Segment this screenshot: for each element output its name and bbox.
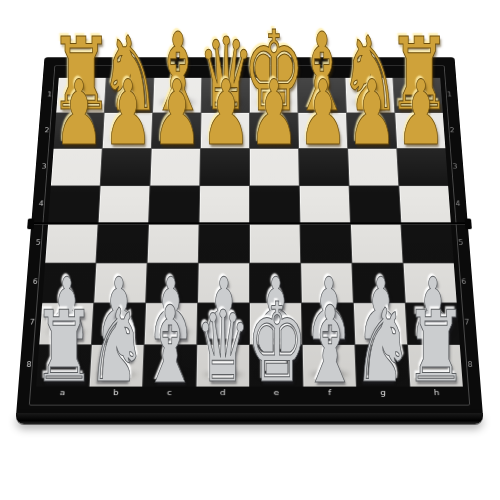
square-a4[interactable] (48, 186, 100, 223)
square-c4[interactable] (149, 186, 199, 223)
square-d5[interactable] (199, 224, 249, 262)
product-photo: 12345678 12345678 abcdefgh ♜♞♝♛♚♝♞♜♟♟♟♟♟… (0, 0, 500, 500)
square-e4[interactable] (250, 186, 300, 223)
rank-label-left-5: 5 (28, 224, 48, 263)
gold-pawn-a2[interactable]: ♟ (54, 69, 104, 159)
rank-label-right-3: 3 (445, 149, 464, 186)
square-a5[interactable] (45, 224, 97, 262)
square-g4[interactable] (350, 186, 401, 223)
fold-seam (31, 222, 468, 224)
silver-bishop-c8[interactable]: ♝ (142, 292, 199, 398)
square-d4[interactable] (200, 186, 250, 223)
rank-label-right-5: 5 (451, 224, 471, 263)
gold-pawn-e2[interactable]: ♟ (249, 69, 299, 159)
silver-bishop-f8[interactable]: ♝ (301, 292, 358, 398)
gold-pawn-c2[interactable]: ♟ (152, 69, 202, 159)
square-f4[interactable] (300, 186, 350, 223)
gold-pawn-f2[interactable]: ♟ (298, 69, 348, 159)
silver-knight-b8[interactable]: ♞ (87, 296, 147, 398)
rank-label-left-3: 3 (34, 149, 53, 186)
gold-pawn-g2[interactable]: ♟ (347, 69, 397, 159)
gold-pawn-d2[interactable]: ♟ (201, 69, 251, 159)
gold-pawn-b2[interactable]: ♟ (103, 69, 153, 159)
gold-pawn-h2[interactable]: ♟ (396, 69, 446, 159)
square-b4[interactable] (99, 186, 150, 223)
rank-label-left-4: 4 (31, 186, 51, 224)
board-front-edge (16, 413, 483, 424)
board-scene: 12345678 12345678 abcdefgh ♜♞♝♛♚♝♞♜♟♟♟♟♟… (0, 0, 500, 500)
silver-king-e8[interactable]: ♚ (246, 290, 307, 400)
square-c5[interactable] (148, 224, 199, 262)
square-g5[interactable] (351, 224, 403, 262)
rank-label-right-4: 4 (448, 186, 468, 224)
silver-queen-d8[interactable]: ♛ (196, 298, 251, 397)
silver-rook-h8[interactable]: ♜ (404, 298, 468, 397)
square-b5[interactable] (96, 224, 148, 262)
square-h4[interactable] (399, 186, 451, 223)
square-h5[interactable] (401, 224, 453, 262)
square-f5[interactable] (300, 224, 351, 262)
square-e5[interactable] (250, 224, 300, 262)
